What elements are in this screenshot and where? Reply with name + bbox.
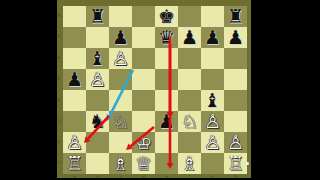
square-g8[interactable]: [201, 6, 224, 27]
square-h2[interactable]: ♙: [224, 132, 247, 153]
file-label-d: d: [132, 175, 155, 179]
square-c8[interactable]: [109, 6, 132, 27]
white-rook-a1: ♖: [63, 153, 86, 174]
square-a3[interactable]: [63, 111, 86, 132]
rank-label-1: 1: [58, 161, 61, 180]
white-pawn-c6: ♙: [109, 48, 132, 69]
square-d6[interactable]: [132, 48, 155, 69]
square-h5[interactable]: [224, 69, 247, 90]
white-pawn-g2: ♙: [201, 132, 224, 153]
square-g2[interactable]: ♙: [201, 132, 224, 153]
square-b5[interactable]: ♙: [86, 69, 109, 90]
white-rook-h1: ♖: [224, 153, 247, 174]
white-bishop-c1: ♗: [109, 153, 132, 174]
black-knight-b3: ♞: [86, 111, 109, 132]
white-bishop-f1: ♗: [178, 153, 201, 174]
rank-label-4: 4: [58, 98, 61, 119]
black-rook-b8: ♜: [86, 6, 109, 27]
square-d3[interactable]: [132, 111, 155, 132]
square-e3[interactable]: ♟: [155, 111, 178, 132]
rank-label-6: 6: [58, 56, 61, 77]
square-d4[interactable]: [132, 90, 155, 111]
square-g1[interactable]: [201, 153, 224, 174]
file-label-g: g: [201, 175, 224, 179]
file-label-b: b: [86, 175, 109, 179]
white-pawn-g3: ♙: [201, 111, 224, 132]
square-b1[interactable]: [86, 153, 109, 174]
white-pawn-a2: ♙: [63, 132, 86, 153]
square-a2[interactable]: ♙: [63, 132, 86, 153]
square-c4[interactable]: [109, 90, 132, 111]
square-b2[interactable]: [86, 132, 109, 153]
square-e8[interactable]: ♚: [155, 6, 178, 27]
square-h4[interactable]: [224, 90, 247, 111]
square-e4[interactable]: [155, 90, 178, 111]
square-d8[interactable]: [132, 6, 155, 27]
square-g4[interactable]: ♝: [201, 90, 224, 111]
black-pawn-g7: ♟: [201, 27, 224, 48]
file-label-h: h: [224, 175, 247, 179]
rank-label-7: 7: [58, 35, 61, 56]
white-queen-d1: ♕: [132, 153, 155, 174]
square-g6[interactable]: [201, 48, 224, 69]
square-a7[interactable]: [63, 27, 86, 48]
square-f4[interactable]: [178, 90, 201, 111]
white-knight-c3: ♘: [109, 111, 132, 132]
corner-dot: [246, 162, 249, 165]
square-b3[interactable]: ♞: [86, 111, 109, 132]
square-e7[interactable]: ♛: [155, 27, 178, 48]
square-a1[interactable]: ♖: [63, 153, 86, 174]
square-a8[interactable]: [63, 6, 86, 27]
square-f8[interactable]: [178, 6, 201, 27]
square-h8[interactable]: ♜: [224, 6, 247, 27]
square-g3[interactable]: ♙: [201, 111, 224, 132]
square-h3[interactable]: [224, 111, 247, 132]
square-e2[interactable]: [155, 132, 178, 153]
black-bishop-b6: ♝: [86, 48, 109, 69]
square-g7[interactable]: ♟: [201, 27, 224, 48]
rank-label-3: 3: [58, 119, 61, 140]
square-e1[interactable]: [155, 153, 178, 174]
square-f3[interactable]: ♘: [178, 111, 201, 132]
black-pawn-a5: ♟: [63, 69, 86, 90]
square-h1[interactable]: ♖: [224, 153, 247, 174]
square-e6[interactable]: [155, 48, 178, 69]
square-d2[interactable]: ♔: [132, 132, 155, 153]
black-pawn-c7: ♟: [109, 27, 132, 48]
square-c2[interactable]: [109, 132, 132, 153]
square-b4[interactable]: [86, 90, 109, 111]
black-pawn-f7: ♟: [178, 27, 201, 48]
square-a4[interactable]: [63, 90, 86, 111]
black-rook-h8: ♜: [224, 6, 247, 27]
square-b7[interactable]: [86, 27, 109, 48]
white-pawn-b5: ♙: [86, 69, 109, 90]
square-a6[interactable]: [63, 48, 86, 69]
chess-board: ♜♚♜♟♛♟♟♟♝♙♟♙♝♞♘♟♘♙♙♔♙♙♖♗♕♗♖ abcdefgh8765…: [57, 0, 251, 178]
square-h7[interactable]: ♟: [224, 27, 247, 48]
white-king-d2: ♔: [132, 132, 155, 153]
square-f5[interactable]: [178, 69, 201, 90]
square-h6[interactable]: [224, 48, 247, 69]
square-c1[interactable]: ♗: [109, 153, 132, 174]
square-b8[interactable]: ♜: [86, 6, 109, 27]
square-d7[interactable]: [132, 27, 155, 48]
square-d1[interactable]: ♕: [132, 153, 155, 174]
board-grid: ♜♚♜♟♛♟♟♟♝♙♟♙♝♞♘♟♘♙♙♔♙♙♖♗♕♗♖: [63, 6, 247, 174]
square-c7[interactable]: ♟: [109, 27, 132, 48]
square-f7[interactable]: ♟: [178, 27, 201, 48]
square-f1[interactable]: ♗: [178, 153, 201, 174]
square-b6[interactable]: ♝: [86, 48, 109, 69]
square-c5[interactable]: [109, 69, 132, 90]
square-a5[interactable]: ♟: [63, 69, 86, 90]
file-label-e: e: [155, 175, 178, 179]
file-label-f: f: [178, 175, 201, 179]
file-label-a: a: [63, 175, 86, 179]
black-bishop-g4: ♝: [201, 90, 224, 111]
white-pawn-h2: ♙: [224, 132, 247, 153]
square-d5[interactable]: [132, 69, 155, 90]
black-pawn-e3: ♟: [155, 111, 178, 132]
black-pawn-h7: ♟: [224, 27, 247, 48]
square-c3[interactable]: ♘: [109, 111, 132, 132]
rank-label-8: 8: [58, 14, 61, 35]
file-label-c: c: [109, 175, 132, 179]
rank-label-2: 2: [58, 140, 61, 161]
square-g5[interactable]: [201, 69, 224, 90]
square-e5[interactable]: [155, 69, 178, 90]
square-f2[interactable]: [178, 132, 201, 153]
white-knight-f3: ♘: [178, 111, 201, 132]
square-c6[interactable]: ♙: [109, 48, 132, 69]
black-king-e8: ♚: [155, 6, 178, 27]
black-queen-e7: ♛: [155, 27, 178, 48]
square-f6[interactable]: [178, 48, 201, 69]
rank-label-5: 5: [58, 77, 61, 98]
